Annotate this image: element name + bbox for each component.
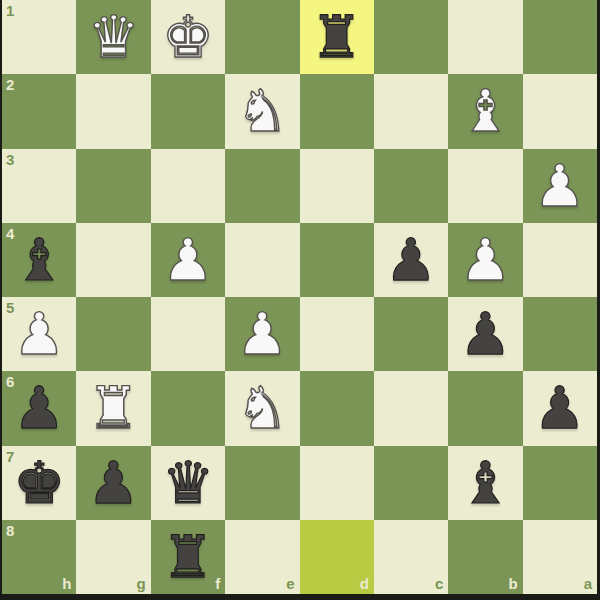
square-b4[interactable]: ♟ xyxy=(448,223,522,297)
square-b6[interactable] xyxy=(448,371,522,445)
square-c8[interactable]: c xyxy=(374,520,448,594)
square-a8[interactable]: a xyxy=(523,520,597,594)
chess-board: 1♛♚♜2♞♝3♟4♝♟♟♟5♟♟♟6♟♜♞♟7♚♟♛♝8hgf♜edcba xyxy=(2,0,597,594)
square-f1[interactable]: ♚ xyxy=(151,0,225,74)
square-c2[interactable] xyxy=(374,74,448,148)
square-b5[interactable]: ♟ xyxy=(448,297,522,371)
square-e7[interactable] xyxy=(225,446,299,520)
square-g4[interactable] xyxy=(76,223,150,297)
square-h7[interactable]: 7♚ xyxy=(2,446,76,520)
square-f5[interactable] xyxy=(151,297,225,371)
file-label-b: b xyxy=(508,576,517,591)
square-f7[interactable]: ♛ xyxy=(151,446,225,520)
square-e6[interactable]: ♞ xyxy=(225,371,299,445)
square-f6[interactable] xyxy=(151,371,225,445)
square-d6[interactable] xyxy=(300,371,374,445)
square-b3[interactable] xyxy=(448,149,522,223)
rank-label-8: 8 xyxy=(6,523,14,538)
square-a3[interactable]: ♟ xyxy=(523,149,597,223)
square-e8[interactable]: e xyxy=(225,520,299,594)
rank-label-2: 2 xyxy=(6,77,14,92)
square-d8[interactable]: d xyxy=(300,520,374,594)
square-d4[interactable] xyxy=(300,223,374,297)
black-pawn[interactable]: ♟ xyxy=(385,223,437,297)
square-a2[interactable] xyxy=(523,74,597,148)
file-label-e: e xyxy=(286,576,294,591)
black-pawn[interactable]: ♟ xyxy=(459,297,511,371)
square-h4[interactable]: 4♝ xyxy=(2,223,76,297)
board-frame: 1♛♚♜2♞♝3♟4♝♟♟♟5♟♟♟6♟♜♞♟7♚♟♛♝8hgf♜edcba xyxy=(0,0,600,600)
square-c6[interactable] xyxy=(374,371,448,445)
black-queen[interactable]: ♛ xyxy=(162,446,214,520)
rank-label-1: 1 xyxy=(6,3,14,18)
square-d1[interactable]: ♜ xyxy=(300,0,374,74)
square-h8[interactable]: 8h xyxy=(2,520,76,594)
black-pawn[interactable]: ♟ xyxy=(534,371,586,445)
white-pawn[interactable]: ♟ xyxy=(459,223,511,297)
white-rook[interactable]: ♜ xyxy=(88,371,140,445)
square-g1[interactable]: ♛ xyxy=(76,0,150,74)
square-d7[interactable] xyxy=(300,446,374,520)
square-h2[interactable]: 2 xyxy=(2,74,76,148)
square-a5[interactable] xyxy=(523,297,597,371)
square-e1[interactable] xyxy=(225,0,299,74)
square-g5[interactable] xyxy=(76,297,150,371)
square-c3[interactable] xyxy=(374,149,448,223)
square-b2[interactable]: ♝ xyxy=(448,74,522,148)
square-b7[interactable]: ♝ xyxy=(448,446,522,520)
file-label-c: c xyxy=(435,576,443,591)
square-b8[interactable]: b xyxy=(448,520,522,594)
square-g2[interactable] xyxy=(76,74,150,148)
square-h3[interactable]: 3 xyxy=(2,149,76,223)
black-pawn[interactable]: ♟ xyxy=(13,371,65,445)
square-h5[interactable]: 5♟ xyxy=(2,297,76,371)
square-b1[interactable] xyxy=(448,0,522,74)
file-label-d: d xyxy=(360,576,369,591)
square-h1[interactable]: 1 xyxy=(2,0,76,74)
black-rook[interactable]: ♜ xyxy=(162,520,214,594)
black-pawn[interactable]: ♟ xyxy=(88,446,140,520)
square-d2[interactable] xyxy=(300,74,374,148)
rank-label-3: 3 xyxy=(6,152,14,167)
square-f3[interactable] xyxy=(151,149,225,223)
white-king[interactable]: ♚ xyxy=(162,0,214,74)
file-label-a: a xyxy=(584,576,592,591)
square-c7[interactable] xyxy=(374,446,448,520)
black-rook[interactable]: ♜ xyxy=(311,0,363,74)
square-d3[interactable] xyxy=(300,149,374,223)
white-queen[interactable]: ♛ xyxy=(88,0,140,74)
file-label-g: g xyxy=(137,576,146,591)
white-knight[interactable]: ♞ xyxy=(236,371,288,445)
square-c4[interactable]: ♟ xyxy=(374,223,448,297)
black-bishop[interactable]: ♝ xyxy=(13,223,65,297)
square-f4[interactable]: ♟ xyxy=(151,223,225,297)
file-label-f: f xyxy=(215,576,220,591)
square-a4[interactable] xyxy=(523,223,597,297)
square-e3[interactable] xyxy=(225,149,299,223)
white-pawn[interactable]: ♟ xyxy=(236,297,288,371)
white-bishop[interactable]: ♝ xyxy=(459,74,511,148)
black-bishop[interactable]: ♝ xyxy=(459,446,511,520)
square-a6[interactable]: ♟ xyxy=(523,371,597,445)
square-e5[interactable]: ♟ xyxy=(225,297,299,371)
square-a1[interactable] xyxy=(523,0,597,74)
square-g8[interactable]: g xyxy=(76,520,150,594)
square-g7[interactable]: ♟ xyxy=(76,446,150,520)
square-g3[interactable] xyxy=(76,149,150,223)
white-pawn[interactable]: ♟ xyxy=(162,223,214,297)
file-label-h: h xyxy=(62,576,71,591)
white-pawn[interactable]: ♟ xyxy=(13,297,65,371)
square-a7[interactable] xyxy=(523,446,597,520)
square-f8[interactable]: f♜ xyxy=(151,520,225,594)
square-c1[interactable] xyxy=(374,0,448,74)
square-d5[interactable] xyxy=(300,297,374,371)
white-knight[interactable]: ♞ xyxy=(236,74,288,148)
square-h6[interactable]: 6♟ xyxy=(2,371,76,445)
square-f2[interactable] xyxy=(151,74,225,148)
black-king[interactable]: ♚ xyxy=(13,446,65,520)
white-pawn[interactable]: ♟ xyxy=(534,149,586,223)
square-c5[interactable] xyxy=(374,297,448,371)
square-g6[interactable]: ♜ xyxy=(76,371,150,445)
square-e4[interactable] xyxy=(225,223,299,297)
square-e2[interactable]: ♞ xyxy=(225,74,299,148)
